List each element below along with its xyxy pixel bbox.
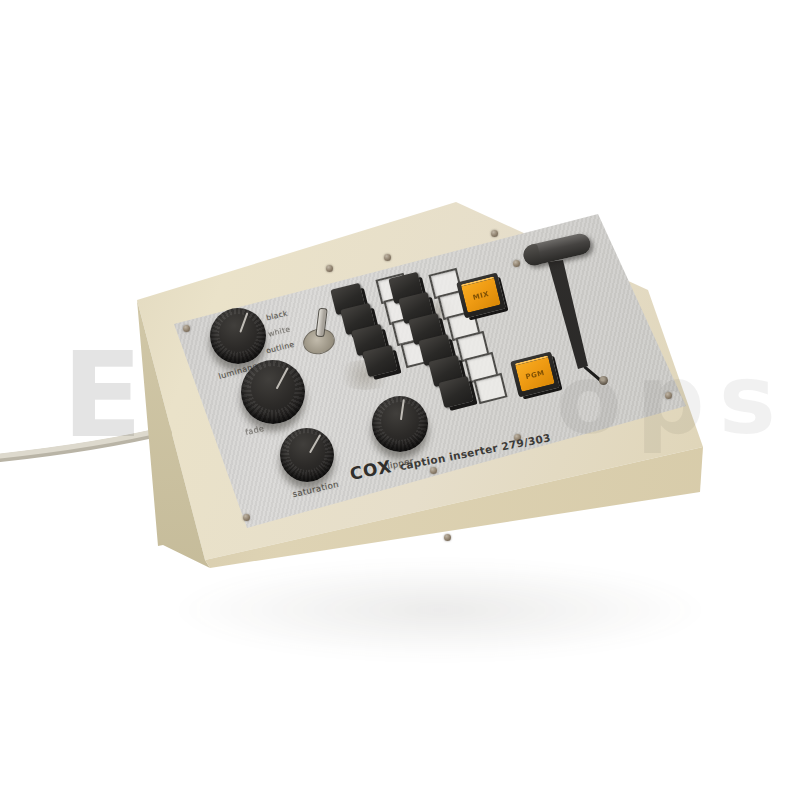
screw bbox=[384, 254, 391, 261]
screw bbox=[183, 325, 190, 332]
mix-button-cap: MIX bbox=[461, 276, 501, 312]
fade-knob bbox=[241, 360, 305, 424]
product-photo-scene: E ops black white outline luminance fade… bbox=[0, 0, 800, 800]
clipper-knob bbox=[372, 396, 428, 452]
screw bbox=[243, 514, 250, 521]
screw bbox=[326, 265, 333, 272]
pgm-button-cap: PGM bbox=[515, 355, 555, 391]
screw bbox=[491, 230, 498, 237]
luminance-knob bbox=[210, 308, 266, 364]
screw bbox=[513, 260, 520, 267]
screw bbox=[665, 392, 672, 399]
screw bbox=[444, 534, 451, 541]
saturation-knob bbox=[280, 428, 334, 482]
lever-slot-end bbox=[599, 376, 608, 385]
